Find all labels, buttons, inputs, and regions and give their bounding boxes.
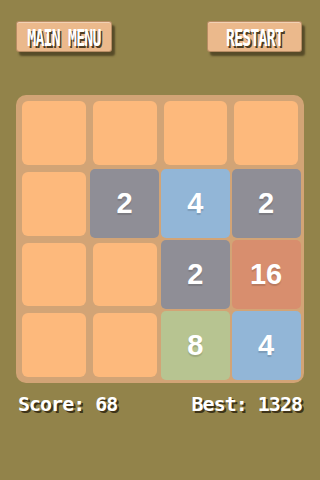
grid-cell-r3c2 (93, 243, 157, 307)
game-board[interactable]: 24221684 (16, 95, 304, 383)
tile-value: 2 (258, 189, 274, 218)
restart-button[interactable]: RESTART (207, 21, 302, 52)
score-label: Score: (18, 392, 95, 416)
tile-value: 2 (187, 260, 203, 289)
tile-2: 2 (161, 240, 230, 309)
grid-cell-r1c3 (164, 101, 228, 165)
grid-cell-r2c4: 2 (234, 172, 298, 236)
tile-value: 8 (187, 331, 203, 360)
best-value: 1328 (258, 392, 302, 416)
main-menu-button-label: MAIN MENU (27, 23, 100, 51)
tile-value: 16 (250, 260, 282, 289)
grid-cell-r3c1 (22, 243, 86, 307)
grid-cell-r2c3: 4 (164, 172, 228, 236)
grid-cell-r2c1 (22, 172, 86, 236)
grid-cell-r4c4: 4 (234, 313, 298, 377)
grid-cell-r3c3: 2 (164, 243, 228, 307)
game-screen: MAIN MENU RESTART 24221684 Score: 68 Bes… (0, 0, 320, 480)
grid-cell-r4c1 (22, 313, 86, 377)
score-value: 68 (95, 392, 117, 416)
tile-16: 16 (232, 240, 301, 309)
score-display: Score: 68 (18, 392, 117, 416)
tile-4: 4 (232, 311, 301, 380)
tile-value: 2 (117, 189, 133, 218)
status-bar: Score: 68 Best: 1328 (0, 392, 320, 416)
best-label: Best: (192, 392, 258, 416)
grid-cell-r2c2: 2 (93, 172, 157, 236)
grid-cell-r1c4 (234, 101, 298, 165)
grid-cell-r4c2 (93, 313, 157, 377)
tile-2: 2 (90, 169, 159, 238)
tile-2: 2 (232, 169, 301, 238)
tile-8: 8 (161, 311, 230, 380)
best-display: Best: 1328 (192, 392, 302, 416)
tile-value: 4 (187, 189, 203, 218)
grid-cell-r1c2 (93, 101, 157, 165)
grid-cell-r4c3: 8 (164, 313, 228, 377)
grid-cell-r1c1 (22, 101, 86, 165)
main-menu-button[interactable]: MAIN MENU (16, 21, 112, 52)
tile-value: 4 (258, 331, 274, 360)
tile-4: 4 (161, 169, 230, 238)
grid-cell-r3c4: 16 (234, 243, 298, 307)
restart-button-label: RESTART (226, 23, 283, 51)
